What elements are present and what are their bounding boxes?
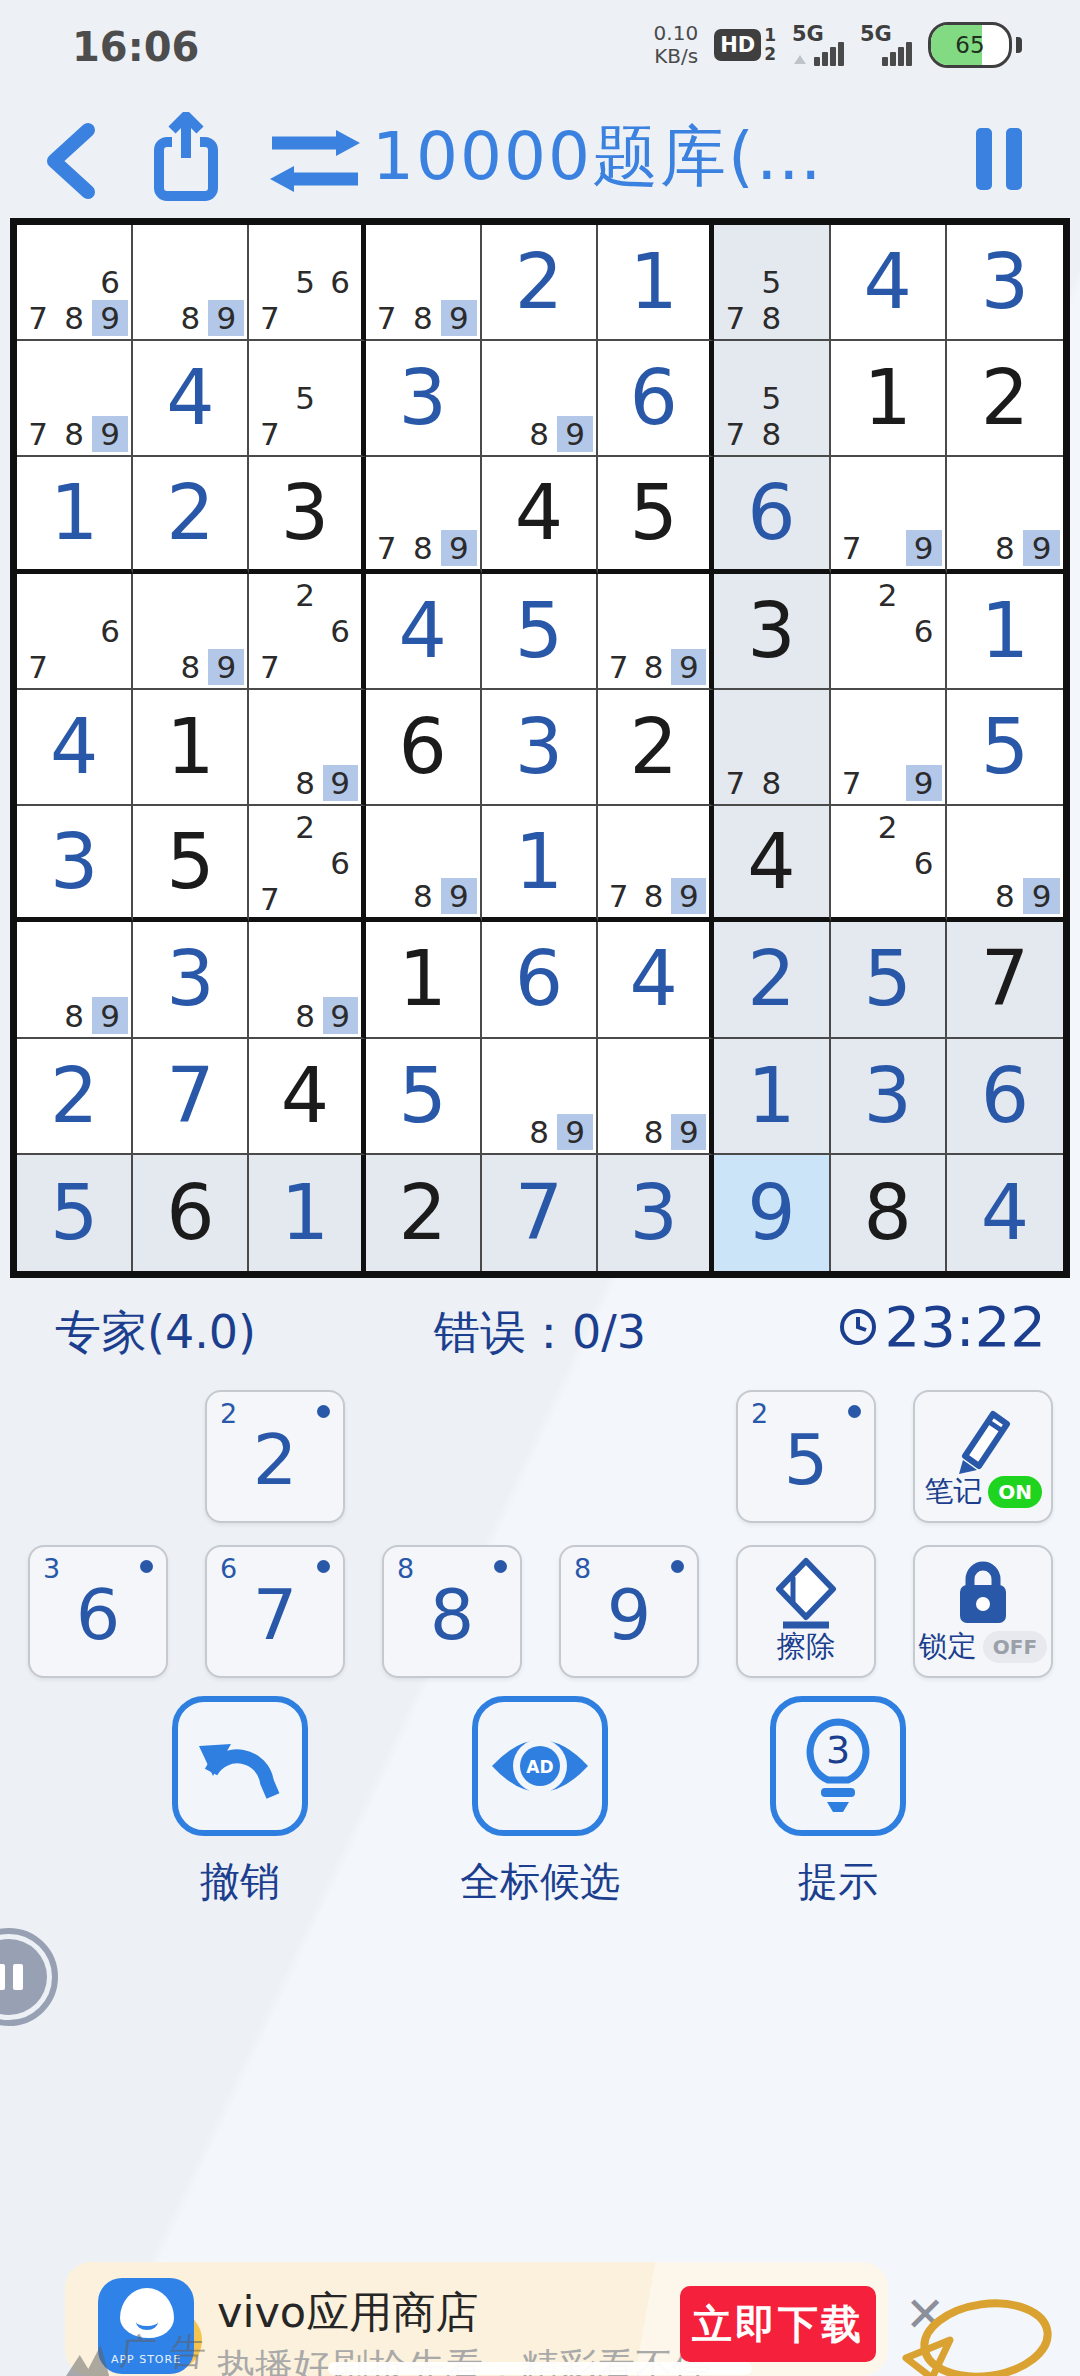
note-digit: 9	[92, 416, 128, 452]
keypad-digit-value: 6	[30, 1547, 166, 1676]
pencil-notes: 89	[950, 460, 1060, 565]
cell-r6c3[interactable]: 267	[249, 806, 365, 922]
cell-r3c5[interactable]: 4	[482, 457, 598, 573]
given-digit: 8	[863, 1175, 911, 1251]
filled-digit: 6	[515, 941, 563, 1017]
note-digit: 8	[753, 300, 789, 336]
cell-r4c2[interactable]: 89	[133, 574, 249, 690]
note-digit: 5	[753, 380, 789, 416]
cell-r1c1[interactable]: 6789	[17, 225, 133, 341]
undo-icon	[197, 1726, 283, 1806]
ad-watermark: 广告	[63, 2328, 222, 2376]
cell-r3c9[interactable]: 89	[947, 457, 1063, 573]
filled-digit: 4	[166, 360, 214, 436]
cell-r1c5[interactable]: 2	[482, 225, 598, 341]
filled-digit: 1	[981, 593, 1029, 669]
given-digit: 1	[399, 941, 447, 1017]
cell-r1c4[interactable]: 789	[366, 225, 482, 341]
cell-r2c4[interactable]: 3	[366, 341, 482, 457]
cell-r4c5[interactable]: 5	[482, 574, 598, 690]
cell-r8c2[interactable]: 7	[133, 1039, 249, 1155]
pencil-notes: 89	[252, 925, 357, 1033]
filled-digit: 3	[50, 824, 98, 900]
cell-r7c8[interactable]: 5	[831, 922, 947, 1038]
cell-r5c4[interactable]: 6	[366, 690, 482, 806]
cell-r7c5[interactable]: 6	[482, 922, 598, 1038]
note-digit: 8	[753, 416, 789, 452]
timer-value: 23:22	[885, 1294, 1046, 1359]
pencil-notes: 89	[485, 344, 593, 452]
signal-icon-1: 5G	[792, 22, 844, 68]
network-speed: 0.10 KB/s	[654, 22, 699, 68]
cell-r5c3[interactable]: 89	[249, 690, 365, 806]
filled-digit: 2	[50, 1058, 98, 1134]
cell-r6c1[interactable]: 3	[17, 806, 133, 922]
note-digit: 9	[441, 530, 477, 566]
game-info-bar: 专家(4.0) 错误：0/3 23:22	[0, 1292, 1080, 1362]
status-icons: 0.10 KB/s HD 1 2 5G 5G 65	[654, 22, 1022, 68]
pencil-notes: 89	[485, 1042, 593, 1150]
filled-digit: 1	[50, 475, 98, 551]
clock-icon	[837, 1306, 879, 1348]
note-digit: 6	[906, 845, 942, 881]
clock-time: 16:06	[72, 24, 199, 70]
cell-r5c8[interactable]: 79	[831, 690, 947, 806]
keypad-digit-5[interactable]: 25	[736, 1390, 876, 1523]
note-digit: 8	[288, 765, 323, 801]
cell-r1c2[interactable]: 89	[133, 225, 249, 341]
cell-r6c5[interactable]: 1	[482, 806, 598, 922]
note-digit: 7	[20, 416, 56, 452]
battery-nub	[1016, 37, 1022, 53]
note-digit: 5	[288, 264, 323, 300]
notes-label: 笔记	[924, 1472, 982, 1512]
lock-label: 锁定	[919, 1627, 977, 1667]
cell-r7c1[interactable]: 89	[17, 922, 133, 1038]
cell-r5c9[interactable]: 5	[947, 690, 1063, 806]
pencil-notes: 89	[601, 1042, 706, 1150]
ad-chart-icon	[63, 2343, 113, 2376]
note-digit: 7	[369, 300, 405, 336]
net-speed-unit: KB/s	[654, 45, 698, 68]
pencil-notes: 26	[834, 577, 942, 685]
note-digit: 7	[252, 416, 287, 452]
cell-r9c6[interactable]: 3	[598, 1155, 714, 1271]
given-digit: 6	[166, 1175, 214, 1251]
note-digit: 7	[20, 649, 56, 685]
cell-r4c4[interactable]: 4	[366, 574, 482, 690]
given-digit: 3	[747, 593, 795, 669]
ad-download-button[interactable]: 立即下载	[680, 2286, 876, 2362]
note-digit: 9	[441, 300, 477, 336]
cell-r9c7[interactable]: 9	[714, 1155, 830, 1271]
note-digit: 8	[521, 1114, 557, 1150]
timer: 23:22	[837, 1294, 1046, 1359]
note-digit: 8	[405, 878, 441, 914]
given-digit: 4	[747, 824, 795, 900]
sudoku-board: 6789895677892157843789457389657812123789…	[10, 218, 1070, 1278]
hint-bulb-icon: 3	[799, 1718, 877, 1814]
filled-digit: 1	[515, 824, 563, 900]
cell-r8c1[interactable]: 2	[17, 1039, 133, 1155]
note-digit: 8	[636, 649, 671, 685]
cell-r1c6[interactable]: 1	[598, 225, 714, 341]
note-digit: 8	[636, 878, 671, 914]
cell-r2c2[interactable]: 4	[133, 341, 249, 457]
swap-puzzle-icon[interactable]	[268, 128, 362, 194]
note-digit: 9	[671, 1114, 706, 1150]
filled-digit: 9	[747, 1175, 795, 1251]
svg-text:AD: AD	[526, 1757, 553, 1777]
filled-digit: 6	[747, 475, 795, 551]
cell-r3c2[interactable]: 2	[133, 457, 249, 573]
given-digit: 1	[863, 360, 911, 436]
note-digit: 5	[288, 380, 323, 416]
note-digit: 7	[20, 300, 56, 336]
note-digit: 7	[369, 530, 405, 566]
pencil-notes: 567	[252, 228, 357, 336]
cell-r1c8[interactable]: 4	[831, 225, 947, 341]
cell-r1c3[interactable]: 567	[249, 225, 365, 341]
filled-digit: 5	[863, 941, 911, 1017]
svg-text:3: 3	[826, 1728, 850, 1772]
note-digit: 7	[717, 300, 753, 336]
cell-r2c3[interactable]: 57	[249, 341, 365, 457]
note-digit: 5	[753, 264, 789, 300]
filled-digit: 3	[166, 941, 214, 1017]
note-digit: 9	[1023, 530, 1060, 566]
filled-digit: 4	[630, 941, 678, 1017]
pencil-notes: 267	[252, 809, 357, 914]
given-digit: 4	[281, 1058, 329, 1134]
cell-r3c4[interactable]: 789	[366, 457, 482, 573]
cell-r9c5[interactable]: 7	[482, 1155, 598, 1271]
note-digit: 8	[288, 997, 323, 1033]
pencil-notes: 67	[20, 577, 128, 685]
note-digit: 8	[172, 300, 208, 336]
mark-all-label: 全标候选	[440, 1854, 640, 1909]
note-digit: 7	[252, 881, 287, 917]
note-digit: 8	[172, 649, 208, 685]
pencil-notes: 79	[834, 460, 942, 565]
note-digit: 8	[405, 300, 441, 336]
lock-button[interactable]: 锁定 OFF	[913, 1545, 1053, 1678]
net-speed-value: 0.10	[654, 22, 699, 45]
gesture-bar[interactable]	[328, 2362, 752, 2375]
pencil-notes: 789	[601, 809, 706, 914]
cell-r6c4[interactable]: 89	[366, 806, 482, 922]
note-digit: 8	[56, 300, 92, 336]
pencil-notes: 89	[136, 228, 244, 336]
note-digit: 9	[92, 997, 128, 1033]
filled-digit: 5	[50, 1175, 98, 1251]
share-icon[interactable]	[150, 112, 222, 204]
cell-r4c1[interactable]: 67	[17, 574, 133, 690]
note-digit: 9	[906, 530, 942, 566]
cell-r3c1[interactable]: 1	[17, 457, 133, 573]
cell-r6c8[interactable]: 26	[831, 806, 947, 922]
signal-icon-2: 5G	[860, 22, 912, 68]
cell-r5c7[interactable]: 78	[714, 690, 830, 806]
cell-r5c2[interactable]: 1	[133, 690, 249, 806]
filled-digit: 4	[399, 593, 447, 669]
filled-digit: 3	[630, 1175, 678, 1251]
cell-r9c8[interactable]: 8	[831, 1155, 947, 1271]
filled-digit: 6	[981, 1058, 1029, 1134]
given-digit: 4	[515, 475, 563, 551]
note-digit: 9	[906, 765, 942, 801]
note-digit: 8	[753, 765, 789, 801]
page-title: 10000题库(…	[372, 112, 824, 202]
pencil-notes: 789	[369, 228, 477, 336]
pencil-notes: 89	[136, 577, 244, 685]
hd-icon: HD	[714, 29, 761, 61]
pause-button[interactable]	[976, 128, 1022, 190]
note-digit: 7	[252, 649, 287, 685]
note-digit: 9	[208, 300, 244, 336]
erase-button[interactable]: 擦除	[736, 1545, 876, 1678]
erase-label: 擦除	[777, 1627, 835, 1667]
eraser-icon	[738, 1557, 874, 1629]
cell-r7c4[interactable]: 1	[366, 922, 482, 1038]
lock-off-badge: OFF	[983, 1631, 1047, 1663]
keypad-digit-2[interactable]: 22	[205, 1390, 345, 1523]
note-digit: 2	[870, 577, 906, 613]
filled-digit: 1	[630, 244, 678, 320]
note-digit: 2	[288, 577, 323, 613]
ad-scribble-circle	[898, 2296, 1058, 2376]
cell-r4c6[interactable]: 789	[598, 574, 714, 690]
cell-r9c3[interactable]: 1	[249, 1155, 365, 1271]
filled-digit: 4	[863, 244, 911, 320]
number-keypad: 笔记 ON 擦除	[28, 1390, 1053, 1678]
keypad-digit-9[interactable]: 89	[559, 1545, 699, 1678]
note-digit: 9	[671, 878, 706, 914]
note-digit: 6	[323, 613, 358, 649]
cell-r2c1[interactable]: 789	[17, 341, 133, 457]
note-digit: 2	[870, 809, 906, 845]
note-digit: 7	[252, 300, 287, 336]
note-digit: 9	[557, 416, 593, 452]
filled-digit: 1	[747, 1058, 795, 1134]
note-digit: 8	[521, 416, 557, 452]
floating-pause-icon	[0, 1939, 47, 2015]
given-digit: 3	[281, 475, 329, 551]
cell-r8c6[interactable]: 89	[598, 1039, 714, 1155]
note-digit: 9	[323, 997, 358, 1033]
ad-title: vivo应用商店	[217, 2284, 478, 2342]
filled-digit: 5	[399, 1058, 447, 1134]
note-digit: 9	[557, 1114, 593, 1150]
note-digit: 7	[601, 649, 636, 685]
cell-r1c7[interactable]: 578	[714, 225, 830, 341]
sim1-label: 1	[764, 26, 776, 45]
keypad-digit-6[interactable]: 36	[28, 1545, 168, 1678]
note-digit: 9	[92, 300, 128, 336]
filled-digit: 4	[981, 1175, 1029, 1251]
battery-icon: 65	[928, 22, 1012, 68]
given-digit: 2	[630, 709, 678, 785]
cell-r3c6[interactable]: 5	[598, 457, 714, 573]
given-digit: 5	[630, 475, 678, 551]
cell-r2c6[interactable]: 6	[598, 341, 714, 457]
cell-r3c7[interactable]: 6	[714, 457, 830, 573]
pencil-notes: 789	[369, 460, 477, 565]
note-digit: 6	[906, 613, 942, 649]
note-digit: 6	[92, 264, 128, 300]
cell-r3c8[interactable]: 79	[831, 457, 947, 573]
keypad-digit-value: 8	[384, 1547, 520, 1676]
cell-r3c3[interactable]: 3	[249, 457, 365, 573]
notes-toggle-button[interactable]: 笔记 ON	[913, 1390, 1053, 1523]
keypad-digit-8[interactable]: 88	[382, 1545, 522, 1678]
pencil-notes: 79	[834, 693, 942, 801]
back-icon[interactable]	[42, 122, 104, 200]
given-digit: 2	[399, 1175, 447, 1251]
hd-indicator: HD 1 2	[714, 26, 776, 64]
hint-label: 提示	[770, 1854, 906, 1909]
filled-digit: 2	[166, 475, 214, 551]
pencil-notes: 6789	[20, 228, 128, 336]
filled-digit: 3	[515, 709, 563, 785]
undo-label: 撤销	[172, 1854, 308, 1909]
filled-digit: 3	[399, 360, 447, 436]
note-digit: 9	[323, 765, 358, 801]
pencil-notes: 78	[717, 693, 825, 801]
filled-digit: 7	[166, 1058, 214, 1134]
cell-r2c5[interactable]: 89	[482, 341, 598, 457]
pencil-notes: 789	[20, 344, 128, 452]
cell-r2c8[interactable]: 1	[831, 341, 947, 457]
note-digit: 7	[717, 416, 753, 452]
note-digit: 8	[56, 416, 92, 452]
cell-r7c2[interactable]: 3	[133, 922, 249, 1038]
note-digit: 6	[323, 264, 358, 300]
note-digit: 7	[717, 765, 753, 801]
given-digit: 5	[166, 824, 214, 900]
cell-r4c3[interactable]: 267	[249, 574, 365, 690]
note-digit: 7	[834, 765, 870, 801]
pencil-notes: 89	[252, 693, 357, 801]
cell-r6c7[interactable]: 4	[714, 806, 830, 922]
filled-digit: 5	[515, 593, 563, 669]
cell-r4c8[interactable]: 26	[831, 574, 947, 690]
cell-r2c9[interactable]: 2	[947, 341, 1063, 457]
pencil-notes: 26	[834, 809, 942, 914]
filled-digit: 2	[515, 244, 563, 320]
cell-r6c2[interactable]: 5	[133, 806, 249, 922]
cell-r6c9[interactable]: 89	[947, 806, 1063, 922]
cell-r9c2[interactable]: 6	[133, 1155, 249, 1271]
keypad-digit-value: 7	[207, 1547, 343, 1676]
cell-r4c9[interactable]: 1	[947, 574, 1063, 690]
cell-r9c4[interactable]: 2	[366, 1155, 482, 1271]
filled-digit: 6	[630, 360, 678, 436]
cell-r7c3[interactable]: 89	[249, 922, 365, 1038]
cell-r2c7[interactable]: 578	[714, 341, 830, 457]
note-digit: 9	[671, 649, 706, 685]
undo-button[interactable]	[172, 1696, 308, 1836]
sim2-label: 2	[764, 45, 776, 64]
cell-r1c9[interactable]: 3	[947, 225, 1063, 341]
ad-eye-icon: AD	[488, 1728, 592, 1804]
note-digit: 6	[92, 613, 128, 649]
keypad-digit-value: 2	[207, 1392, 343, 1521]
note-digit: 8	[636, 1114, 671, 1150]
filled-digit: 1	[281, 1175, 329, 1251]
pencil-notes: 89	[20, 925, 128, 1033]
given-digit: 6	[399, 709, 447, 785]
pencil-notes: 89	[369, 809, 477, 914]
cell-r8c7[interactable]: 1	[714, 1039, 830, 1155]
cell-r5c5[interactable]: 3	[482, 690, 598, 806]
keypad-digit-value: 5	[738, 1392, 874, 1521]
given-digit: 1	[166, 709, 214, 785]
cell-r8c5[interactable]: 89	[482, 1039, 598, 1155]
note-digit: 7	[834, 530, 870, 566]
mark-all-candidates-button[interactable]: AD	[472, 1696, 608, 1836]
cell-r8c4[interactable]: 5	[366, 1039, 482, 1155]
pencil-notes: 578	[717, 344, 825, 452]
note-digit: 6	[323, 845, 358, 881]
given-digit: 2	[981, 360, 1029, 436]
keypad-digit-value: 9	[561, 1547, 697, 1676]
pencil-notes: 578	[717, 228, 825, 336]
note-digit: 7	[601, 878, 636, 914]
data-arrow-icon	[794, 55, 806, 64]
pencil-notes: 89	[950, 809, 1060, 914]
filled-digit: 5	[981, 709, 1029, 785]
phone-screen: 16:06 0.10 KB/s HD 1 2 5G 5G 65	[0, 0, 1080, 2376]
cell-r4c7[interactable]: 3	[714, 574, 830, 690]
pencil-notes: 267	[252, 577, 357, 685]
cell-r8c8[interactable]: 3	[831, 1039, 947, 1155]
cell-r8c9[interactable]: 6	[947, 1039, 1063, 1155]
cell-r9c1[interactable]: 5	[17, 1155, 133, 1271]
cell-r7c7[interactable]: 2	[714, 922, 830, 1038]
filled-digit: 7	[515, 1175, 563, 1251]
cell-r5c1[interactable]: 4	[17, 690, 133, 806]
cell-r7c6[interactable]: 4	[598, 922, 714, 1038]
note-digit: 8	[405, 530, 441, 566]
note-digit: 8	[56, 997, 92, 1033]
floating-pause-button[interactable]	[0, 1928, 58, 2026]
cell-r9c9[interactable]: 4	[947, 1155, 1063, 1271]
pencil-notes: 789	[601, 577, 706, 685]
note-digit: 8	[987, 530, 1024, 566]
cell-r7c9[interactable]: 7	[947, 922, 1063, 1038]
note-digit: 9	[208, 649, 244, 685]
filled-digit: 3	[863, 1058, 911, 1134]
note-digit: 9	[441, 878, 477, 914]
filled-digit: 3	[981, 244, 1029, 320]
pencil-notes: 57	[252, 344, 357, 452]
filled-digit: 4	[50, 709, 98, 785]
notes-on-badge: ON	[988, 1476, 1042, 1508]
cell-r8c3[interactable]: 4	[249, 1039, 365, 1155]
cell-r5c6[interactable]: 2	[598, 690, 714, 806]
note-digit: 8	[987, 878, 1024, 914]
note-digit: 2	[288, 809, 323, 845]
hint-button[interactable]: 3	[770, 1696, 906, 1836]
keypad-digit-7[interactable]: 67	[205, 1545, 345, 1678]
given-digit: 7	[981, 941, 1029, 1017]
note-digit: 9	[1023, 878, 1060, 914]
pencil-icon	[915, 1402, 1051, 1476]
lock-icon	[915, 1557, 1051, 1627]
cell-r6c6[interactable]: 789	[598, 806, 714, 922]
filled-digit: 2	[747, 941, 795, 1017]
